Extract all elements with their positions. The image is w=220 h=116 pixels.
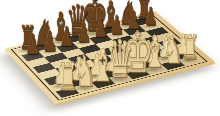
black-pawn-a7: ♟ bbox=[25, 32, 41, 60]
black-pawn-d7: ♟ bbox=[77, 20, 92, 46]
pieces-layer: ♜♞♟♝♟♚♟♛♟♝♟♞♟♜♟♟♟♟♜♟♞♟♝♟♚♟♛♟♝♟♞♜ bbox=[0, 0, 220, 116]
white-rook-a1: ♜ bbox=[57, 59, 78, 97]
chess-set-photo: ♜♞♟♝♟♚♟♛♟♝♟♞♟♜♟♟♟♟♜♟♞♟♝♟♚♟♛♟♝♟♞♜ bbox=[0, 0, 220, 116]
black-pawn-c7: ♟ bbox=[60, 24, 75, 51]
black-pawn-b7: ♟ bbox=[42, 28, 57, 55]
